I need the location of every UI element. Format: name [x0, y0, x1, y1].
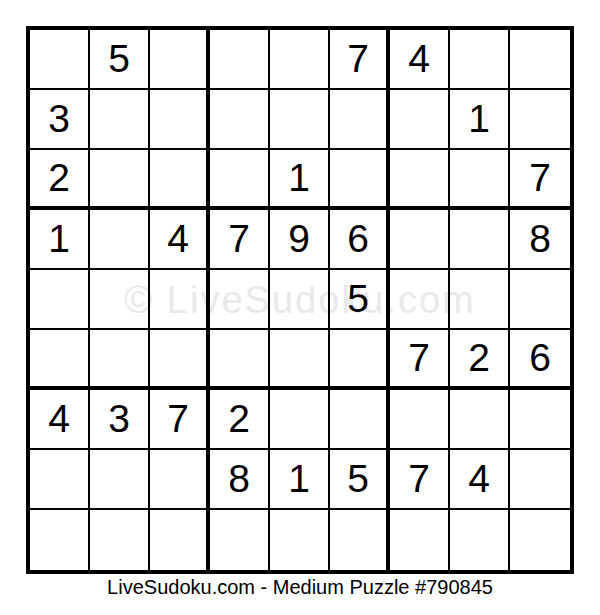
given-digit: 1 — [288, 457, 310, 501]
cell-r7c3[interactable]: 7 — [150, 390, 210, 450]
given-digit: 3 — [48, 97, 70, 141]
cell-r8c6[interactable]: 5 — [330, 450, 390, 510]
given-digit: 2 — [228, 397, 250, 441]
cell-r1c3[interactable] — [150, 30, 210, 90]
cell-r8c3[interactable] — [150, 450, 210, 510]
given-digit: 7 — [529, 156, 551, 200]
cell-r6c3[interactable] — [150, 330, 210, 390]
cell-r2c1[interactable]: 3 — [30, 90, 90, 150]
cell-r1c9[interactable] — [510, 30, 570, 90]
cell-r8c9[interactable] — [510, 450, 570, 510]
cell-r1c8[interactable] — [450, 30, 510, 90]
cell-r5c3[interactable] — [150, 270, 210, 330]
cell-r3c8[interactable] — [450, 150, 510, 210]
sudoku-board: © LiveSudoku.com 57431217147968572643728… — [26, 26, 574, 574]
cell-r1c1[interactable] — [30, 30, 90, 90]
cell-r5c9[interactable] — [510, 270, 570, 330]
given-digit: 8 — [529, 217, 551, 261]
given-digit: 7 — [167, 397, 189, 441]
given-digit: 4 — [167, 217, 189, 261]
cell-r2c7[interactable] — [390, 90, 450, 150]
given-digit: 5 — [108, 37, 130, 81]
given-digit: 1 — [48, 217, 70, 261]
cell-r4c1[interactable]: 1 — [30, 210, 90, 270]
cell-r9c3[interactable] — [150, 510, 210, 570]
cell-r1c6[interactable]: 7 — [330, 30, 390, 90]
given-digit: 6 — [347, 217, 369, 261]
given-digit: 9 — [288, 217, 310, 261]
cell-r5c6[interactable]: 5 — [330, 270, 390, 330]
given-digit: 4 — [48, 397, 70, 441]
given-digit: 8 — [228, 457, 250, 501]
cell-r5c2[interactable] — [90, 270, 150, 330]
cell-r7c1[interactable]: 4 — [30, 390, 90, 450]
cell-r1c2[interactable]: 5 — [90, 30, 150, 90]
cell-r9c6[interactable] — [330, 510, 390, 570]
cell-r2c3[interactable] — [150, 90, 210, 150]
given-digit: 5 — [347, 277, 369, 321]
cell-r4c2[interactable] — [90, 210, 150, 270]
cell-r9c7[interactable] — [390, 510, 450, 570]
cell-r5c4[interactable] — [210, 270, 270, 330]
cell-r7c4[interactable]: 2 — [210, 390, 270, 450]
cell-r6c8[interactable]: 2 — [450, 330, 510, 390]
given-digit: 7 — [347, 37, 369, 81]
cell-r9c5[interactable] — [270, 510, 330, 570]
cell-r6c4[interactable] — [210, 330, 270, 390]
given-digit: 7 — [408, 457, 430, 501]
cell-r8c7[interactable]: 7 — [390, 450, 450, 510]
cell-r3c5[interactable]: 1 — [270, 150, 330, 210]
cell-r3c6[interactable] — [330, 150, 390, 210]
cell-r4c9[interactable]: 8 — [510, 210, 570, 270]
given-digit: 1 — [468, 97, 490, 141]
cell-r4c3[interactable]: 4 — [150, 210, 210, 270]
cell-r6c6[interactable] — [330, 330, 390, 390]
cell-r5c5[interactable] — [270, 270, 330, 330]
given-digit: 1 — [288, 156, 310, 200]
cell-r8c1[interactable] — [30, 450, 90, 510]
cell-r2c2[interactable] — [90, 90, 150, 150]
cell-r7c8[interactable] — [450, 390, 510, 450]
cell-r7c5[interactable] — [270, 390, 330, 450]
cell-r7c6[interactable] — [330, 390, 390, 450]
cell-r7c9[interactable] — [510, 390, 570, 450]
cell-r6c7[interactable]: 7 — [390, 330, 450, 390]
cell-r8c4[interactable]: 8 — [210, 450, 270, 510]
cell-r3c1[interactable]: 2 — [30, 150, 90, 210]
cell-r2c5[interactable] — [270, 90, 330, 150]
cell-r6c2[interactable] — [90, 330, 150, 390]
given-digit: 2 — [48, 156, 70, 200]
cell-r5c7[interactable] — [390, 270, 450, 330]
given-digit: 5 — [347, 457, 369, 501]
cell-r9c8[interactable] — [450, 510, 510, 570]
cell-r4c8[interactable] — [450, 210, 510, 270]
cell-r6c5[interactable] — [270, 330, 330, 390]
cell-r9c1[interactable] — [30, 510, 90, 570]
cell-r2c4[interactable] — [210, 90, 270, 150]
cell-r2c9[interactable] — [510, 90, 570, 150]
cell-r7c7[interactable] — [390, 390, 450, 450]
cell-r6c9[interactable]: 6 — [510, 330, 570, 390]
cell-r9c2[interactable] — [90, 510, 150, 570]
given-digit: 4 — [468, 457, 490, 501]
cell-r3c9[interactable]: 7 — [510, 150, 570, 210]
cell-r4c6[interactable]: 6 — [330, 210, 390, 270]
cell-r2c8[interactable]: 1 — [450, 90, 510, 150]
cell-r8c5[interactable]: 1 — [270, 450, 330, 510]
given-digit: 6 — [529, 336, 551, 380]
puzzle-caption: LiveSudoku.com - Medium Puzzle #790845 — [0, 576, 600, 599]
cell-r8c2[interactable] — [90, 450, 150, 510]
cell-r9c9[interactable] — [510, 510, 570, 570]
given-digit: 7 — [408, 336, 430, 380]
given-digit: 7 — [228, 217, 250, 261]
given-digit: 4 — [408, 37, 430, 81]
cell-r5c8[interactable] — [450, 270, 510, 330]
cell-r8c8[interactable]: 4 — [450, 450, 510, 510]
cell-r1c7[interactable]: 4 — [390, 30, 450, 90]
cell-r9c4[interactable] — [210, 510, 270, 570]
cell-r4c4[interactable]: 7 — [210, 210, 270, 270]
cell-r3c7[interactable] — [390, 150, 450, 210]
given-digit: 2 — [468, 336, 490, 380]
cell-r6c1[interactable] — [30, 330, 90, 390]
cell-r4c5[interactable]: 9 — [270, 210, 330, 270]
cell-r3c2[interactable] — [90, 150, 150, 210]
cell-r2c6[interactable] — [330, 90, 390, 150]
cell-r4c7[interactable] — [390, 210, 450, 270]
given-digit: 3 — [108, 397, 130, 441]
cell-r7c2[interactable]: 3 — [90, 390, 150, 450]
cell-r1c5[interactable] — [270, 30, 330, 90]
cell-r3c4[interactable] — [210, 150, 270, 210]
cell-r5c1[interactable] — [30, 270, 90, 330]
cell-r1c4[interactable] — [210, 30, 270, 90]
cell-r3c3[interactable] — [150, 150, 210, 210]
